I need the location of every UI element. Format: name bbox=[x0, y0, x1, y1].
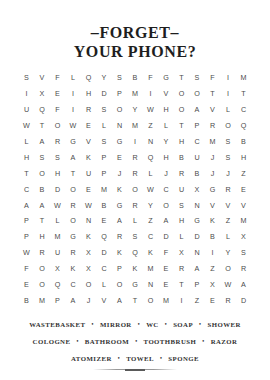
bullet-separator: • bbox=[118, 350, 120, 367]
grid-cell[interactable]: O bbox=[81, 277, 97, 293]
grid-cell[interactable]: F bbox=[143, 70, 159, 86]
bullet-separator: • bbox=[76, 333, 78, 350]
grid-cell[interactable]: T bbox=[236, 86, 252, 102]
grid-cell[interactable]: E bbox=[158, 261, 174, 277]
word-list-item: TOWEL bbox=[126, 350, 154, 367]
grid-cell[interactable]: C bbox=[158, 181, 174, 197]
grid-cell[interactable]: H bbox=[19, 149, 35, 165]
grid-cell[interactable]: M bbox=[127, 86, 143, 102]
grid-cell[interactable]: O bbox=[127, 181, 143, 197]
title-line-2: YOUR PHONE? bbox=[0, 42, 270, 61]
grid-cell[interactable]: X bbox=[174, 245, 190, 261]
grid-cell[interactable]: X bbox=[81, 261, 97, 277]
grid-cell[interactable]: S bbox=[96, 102, 112, 118]
grid-cell[interactable]: L bbox=[96, 277, 112, 293]
grid-cell[interactable]: O bbox=[34, 261, 50, 277]
grid-cell[interactable]: E bbox=[112, 149, 128, 165]
grid-cell[interactable]: D bbox=[236, 292, 252, 308]
grid-cell[interactable]: W bbox=[19, 245, 35, 261]
grid-cell[interactable]: I bbox=[19, 86, 35, 102]
grid-cell[interactable]: R bbox=[220, 292, 236, 308]
grid-cell[interactable]: D bbox=[96, 86, 112, 102]
grid-cell[interactable]: R bbox=[174, 261, 190, 277]
grid-cell[interactable]: A bbox=[19, 197, 35, 213]
grid-cell[interactable]: V bbox=[81, 134, 97, 150]
grid-cell[interactable]: C bbox=[236, 102, 252, 118]
grid-cell[interactable]: S bbox=[112, 70, 128, 86]
grid-cell[interactable]: O bbox=[34, 277, 50, 293]
word-list-item: WASTEBASKET bbox=[29, 316, 85, 333]
grid-cell[interactable]: T bbox=[34, 213, 50, 229]
grid-cell[interactable]: C bbox=[143, 229, 159, 245]
grid-cell[interactable]: K bbox=[205, 213, 221, 229]
grid-cell[interactable]: L bbox=[174, 229, 190, 245]
grid-cell[interactable]: R bbox=[50, 134, 66, 150]
grid-cell[interactable]: R bbox=[236, 261, 252, 277]
word-list-item: WC bbox=[146, 316, 159, 333]
grid-cell[interactable]: B bbox=[96, 197, 112, 213]
grid-cell[interactable]: P bbox=[50, 292, 66, 308]
grid-cell[interactable]: Y bbox=[127, 102, 143, 118]
grid-cell[interactable]: B bbox=[236, 134, 252, 150]
grid-cell[interactable]: B bbox=[19, 292, 35, 308]
grid-cell[interactable]: H bbox=[50, 165, 66, 181]
grid-cell[interactable]: J bbox=[158, 165, 174, 181]
letter-grid: SVFLQYSBFGTSFIMIXEIHDPMIVOOTITUQFIRSOYWH… bbox=[0, 70, 270, 308]
grid-cell[interactable]: W bbox=[220, 277, 236, 293]
grid-cell[interactable]: D bbox=[50, 181, 66, 197]
grid-cell[interactable]: A bbox=[158, 213, 174, 229]
word-list-item: ATOMIZER bbox=[71, 350, 112, 367]
grid-cell[interactable]: A bbox=[189, 261, 205, 277]
grid-cell[interactable]: L bbox=[220, 102, 236, 118]
grid-cell[interactable]: C bbox=[189, 134, 205, 150]
grid-cell[interactable]: U bbox=[50, 245, 66, 261]
grid-cell[interactable]: Q bbox=[236, 118, 252, 134]
grid-cell[interactable]: O bbox=[143, 292, 159, 308]
grid-cell[interactable]: H bbox=[158, 149, 174, 165]
grid-cell[interactable]: I bbox=[174, 292, 190, 308]
grid-cell[interactable]: E bbox=[81, 181, 97, 197]
grid-cell[interactable]: J bbox=[220, 165, 236, 181]
grid-cell[interactable]: U bbox=[189, 149, 205, 165]
grid-cell[interactable]: D bbox=[189, 229, 205, 245]
grid-cell[interactable]: O bbox=[220, 118, 236, 134]
grid-cell[interactable]: S bbox=[220, 134, 236, 150]
bullet-separator: • bbox=[165, 316, 167, 333]
grid-cell[interactable]: Q bbox=[50, 277, 66, 293]
grid-cell[interactable]: K bbox=[81, 229, 97, 245]
grid-cell[interactable]: R bbox=[127, 197, 143, 213]
grid-cell[interactable]: N bbox=[112, 118, 128, 134]
grid-cell[interactable]: I bbox=[205, 245, 221, 261]
grid-cell[interactable]: B bbox=[34, 181, 50, 197]
word-list-item: SHOWER bbox=[207, 316, 240, 333]
grid-cell[interactable]: R bbox=[127, 149, 143, 165]
grid-cell[interactable]: O bbox=[220, 261, 236, 277]
grid-cell[interactable]: H bbox=[174, 134, 190, 150]
grid-cell[interactable]: Y bbox=[158, 134, 174, 150]
grid-cell[interactable]: B bbox=[127, 70, 143, 86]
grid-cell[interactable]: V bbox=[205, 197, 221, 213]
grid-cell[interactable]: L bbox=[127, 213, 143, 229]
grid-cell[interactable]: H bbox=[81, 86, 97, 102]
grid-cell[interactable]: A bbox=[34, 134, 50, 150]
word-list-item: RAZOR bbox=[211, 333, 238, 350]
grid-cell[interactable]: M bbox=[50, 229, 66, 245]
grid-cell[interactable]: O bbox=[174, 86, 190, 102]
grid-cell[interactable]: T bbox=[19, 165, 35, 181]
grid-cell[interactable]: A bbox=[65, 149, 81, 165]
grid-cell[interactable]: Q bbox=[96, 229, 112, 245]
grid-cell[interactable]: R bbox=[65, 245, 81, 261]
grid-cell[interactable]: Z bbox=[143, 118, 159, 134]
grid-cell[interactable]: F bbox=[205, 70, 221, 86]
word-search-page: –FORGET– YOUR PHONE? SVFLQYSBFGTSFIMIXEI… bbox=[0, 0, 270, 380]
grid-cell[interactable]: S bbox=[220, 149, 236, 165]
grid-cell[interactable]: P bbox=[96, 165, 112, 181]
bullet-separator: • bbox=[199, 316, 201, 333]
grid-cell[interactable]: O bbox=[34, 165, 50, 181]
grid-cell[interactable]: O bbox=[65, 181, 81, 197]
grid-cell[interactable]: S bbox=[50, 149, 66, 165]
grid-cell[interactable]: N bbox=[143, 134, 159, 150]
grid-cell[interactable]: R bbox=[205, 118, 221, 134]
grid-cell[interactable]: K bbox=[112, 181, 128, 197]
grid-cell[interactable]: H bbox=[158, 102, 174, 118]
grid-cell[interactable]: F bbox=[158, 245, 174, 261]
word-list-item: TOOTHBRUSH bbox=[144, 333, 197, 350]
grid-cell[interactable]: V bbox=[236, 197, 252, 213]
grid-cell[interactable]: I bbox=[127, 134, 143, 150]
grid-cell[interactable]: N bbox=[189, 245, 205, 261]
grid-cell[interactable]: T bbox=[205, 86, 221, 102]
grid-cell[interactable]: P bbox=[112, 86, 128, 102]
grid-cell[interactable]: A bbox=[112, 292, 128, 308]
word-list-line-2: COLOGNE•BATHROOM•TOOTHBRUSH•RAZOR bbox=[0, 333, 270, 350]
grid-cell[interactable]: T bbox=[174, 70, 190, 86]
grid-cell[interactable]: H bbox=[34, 229, 50, 245]
grid-cell[interactable]: O bbox=[112, 277, 128, 293]
grid-cell[interactable]: S bbox=[127, 229, 143, 245]
puzzle-title: –FORGET– YOUR PHONE? bbox=[0, 0, 270, 61]
grid-cell[interactable]: V bbox=[96, 292, 112, 308]
grid-cell[interactable]: B bbox=[205, 229, 221, 245]
grid-cell[interactable]: H bbox=[236, 149, 252, 165]
grid-cell[interactable]: P bbox=[189, 277, 205, 293]
grid-cell[interactable]: Y bbox=[143, 197, 159, 213]
grid-cell[interactable]: D bbox=[96, 245, 112, 261]
grid-cell[interactable]: C bbox=[19, 181, 35, 197]
word-list-line-1: WASTEBASKET•MIRROR•WC•SOAP•SHOWER bbox=[0, 316, 270, 333]
word-list-item: MIRROR bbox=[100, 316, 132, 333]
grid-cell[interactable]: B bbox=[174, 149, 190, 165]
word-list-item: COLOGNE bbox=[33, 333, 71, 350]
grid-cell[interactable]: O bbox=[65, 213, 81, 229]
grid-cell[interactable]: L bbox=[19, 134, 35, 150]
grid-cell[interactable]: E bbox=[96, 213, 112, 229]
grid-cell[interactable]: J bbox=[205, 165, 221, 181]
grid-cell[interactable]: L bbox=[220, 229, 236, 245]
grid-cell[interactable]: O bbox=[50, 118, 66, 134]
grid-cell[interactable]: O bbox=[112, 102, 128, 118]
grid-cell[interactable]: T bbox=[174, 277, 190, 293]
grid-cell[interactable]: M bbox=[143, 261, 159, 277]
grid-cell[interactable]: E bbox=[205, 292, 221, 308]
grid-cell[interactable]: G bbox=[65, 229, 81, 245]
grid-cell[interactable]: G bbox=[158, 70, 174, 86]
grid-cell[interactable]: C bbox=[65, 277, 81, 293]
grid-cell[interactable]: U bbox=[174, 181, 190, 197]
grid-cell[interactable]: R bbox=[81, 102, 97, 118]
grid-cell[interactable]: E bbox=[236, 181, 252, 197]
grid-cell[interactable]: P bbox=[112, 261, 128, 277]
grid-cell[interactable]: W bbox=[65, 118, 81, 134]
grid-cell[interactable]: M bbox=[127, 118, 143, 134]
grid-cell[interactable]: L bbox=[50, 213, 66, 229]
grid-cell[interactable]: Z bbox=[205, 261, 221, 277]
grid-cell[interactable]: E bbox=[19, 277, 35, 293]
grid-cell[interactable]: R bbox=[34, 245, 50, 261]
grid-cell[interactable]: Y bbox=[96, 70, 112, 86]
grid-cell[interactable]: A bbox=[236, 277, 252, 293]
grid-cell[interactable]: P bbox=[19, 229, 35, 245]
grid-cell[interactable]: X bbox=[205, 277, 221, 293]
grid-cell[interactable]: N bbox=[81, 213, 97, 229]
grid-cell[interactable]: Q bbox=[81, 70, 97, 86]
grid-cell[interactable]: V bbox=[34, 70, 50, 86]
grid-cell[interactable]: S bbox=[189, 70, 205, 86]
grid-cell[interactable]: I bbox=[220, 70, 236, 86]
grid-cell[interactable]: T bbox=[174, 118, 190, 134]
grid-cell[interactable]: W bbox=[19, 118, 35, 134]
grid-cell[interactable]: M bbox=[158, 292, 174, 308]
grid-cell[interactable]: M bbox=[236, 70, 252, 86]
bullet-separator: • bbox=[160, 350, 162, 367]
decorative-divider bbox=[93, 369, 177, 370]
grid-cell[interactable]: U bbox=[19, 102, 35, 118]
grid-cell[interactable]: X bbox=[81, 245, 97, 261]
grid-cell[interactable]: X bbox=[34, 86, 50, 102]
grid-cell[interactable]: X bbox=[236, 229, 252, 245]
grid-cell[interactable]: A bbox=[65, 292, 81, 308]
bullet-separator: • bbox=[138, 316, 140, 333]
grid-cell[interactable]: P bbox=[189, 118, 205, 134]
grid-cell[interactable]: T bbox=[65, 165, 81, 181]
grid-cell[interactable]: S bbox=[174, 197, 190, 213]
grid-cell[interactable]: B bbox=[189, 165, 205, 181]
grid-cell[interactable]: N bbox=[189, 197, 205, 213]
grid-cell[interactable]: P bbox=[96, 149, 112, 165]
grid-cell[interactable]: N bbox=[143, 277, 159, 293]
title-line-1: –FORGET– bbox=[0, 23, 270, 42]
grid-cell[interactable]: K bbox=[127, 261, 143, 277]
grid-cell[interactable]: T bbox=[34, 118, 50, 134]
grid-cell[interactable]: L bbox=[143, 165, 159, 181]
grid-cell[interactable]: S bbox=[19, 70, 35, 86]
grid-cell[interactable]: W bbox=[50, 197, 66, 213]
grid-cell[interactable]: Q bbox=[34, 102, 50, 118]
grid-cell[interactable]: W bbox=[81, 197, 97, 213]
grid-cell[interactable]: O bbox=[189, 86, 205, 102]
grid-cell[interactable]: M bbox=[96, 181, 112, 197]
word-list-item: BATHROOM bbox=[85, 333, 129, 350]
grid-cell[interactable]: J bbox=[112, 165, 128, 181]
grid-cell[interactable]: V bbox=[220, 197, 236, 213]
grid-cell[interactable]: C bbox=[96, 261, 112, 277]
word-list-line-3: ATOMIZER•TOWEL•SPONGE bbox=[0, 350, 270, 367]
grid-cell[interactable]: L bbox=[96, 118, 112, 134]
bullet-separator: • bbox=[92, 316, 94, 333]
grid-cell[interactable]: D bbox=[158, 229, 174, 245]
grid-cell[interactable]: L bbox=[158, 118, 174, 134]
grid-cell[interactable]: K bbox=[81, 149, 97, 165]
grid-cell[interactable]: E bbox=[158, 277, 174, 293]
grid-cell[interactable]: W bbox=[143, 102, 159, 118]
grid-cell[interactable]: J bbox=[81, 292, 97, 308]
grid-cell[interactable]: G bbox=[112, 197, 128, 213]
grid-cell[interactable]: I bbox=[65, 86, 81, 102]
grid-cell[interactable]: G bbox=[189, 213, 205, 229]
word-list-item: SOAP bbox=[173, 316, 193, 333]
grid-cell[interactable]: Q bbox=[143, 149, 159, 165]
grid-cell[interactable]: W bbox=[143, 181, 159, 197]
grid-cell[interactable]: R bbox=[127, 165, 143, 181]
grid-cell[interactable]: H bbox=[174, 213, 190, 229]
grid-cell[interactable]: G bbox=[127, 277, 143, 293]
bullet-separator: • bbox=[135, 333, 137, 350]
grid-cell[interactable]: U bbox=[81, 165, 97, 181]
grid-cell[interactable]: R bbox=[174, 165, 190, 181]
grid-cell[interactable]: M bbox=[236, 213, 252, 229]
grid-cell[interactable]: G bbox=[205, 181, 221, 197]
grid-cell[interactable]: Z bbox=[220, 213, 236, 229]
grid-cell[interactable]: S bbox=[34, 149, 50, 165]
grid-cell[interactable]: J bbox=[205, 149, 221, 165]
grid-cell[interactable]: T bbox=[127, 292, 143, 308]
grid-cell[interactable]: F bbox=[50, 102, 66, 118]
grid-cell[interactable]: V bbox=[205, 102, 221, 118]
grid-cell[interactable]: Z bbox=[236, 165, 252, 181]
grid-cell[interactable]: I bbox=[143, 86, 159, 102]
grid-cell[interactable]: P bbox=[19, 213, 35, 229]
grid-cell[interactable]: F bbox=[19, 261, 35, 277]
grid-cell[interactable]: L bbox=[65, 70, 81, 86]
grid-cell[interactable]: A bbox=[34, 197, 50, 213]
grid-cell[interactable]: X bbox=[50, 261, 66, 277]
grid-cell[interactable]: R bbox=[112, 229, 128, 245]
word-list: WASTEBASKET•MIRROR•WC•SOAP•SHOWER COLOGN… bbox=[0, 316, 270, 367]
grid-cell[interactable]: X bbox=[189, 181, 205, 197]
grid-cell[interactable]: R bbox=[65, 197, 81, 213]
word-list-item: SPONGE bbox=[168, 350, 199, 367]
grid-cell[interactable]: I bbox=[220, 86, 236, 102]
grid-cell[interactable]: M bbox=[205, 134, 221, 150]
grid-cell[interactable]: Z bbox=[143, 213, 159, 229]
grid-cell[interactable]: S bbox=[96, 134, 112, 150]
grid-cell[interactable]: Y bbox=[220, 245, 236, 261]
grid-cell[interactable]: E bbox=[50, 86, 66, 102]
grid-cell[interactable]: K bbox=[143, 245, 159, 261]
grid-cell[interactable]: S bbox=[236, 245, 252, 261]
grid-cell[interactable]: O bbox=[174, 102, 190, 118]
grid-cell[interactable]: A bbox=[112, 213, 128, 229]
grid-cell[interactable]: G bbox=[65, 134, 81, 150]
grid-cell[interactable]: E bbox=[81, 118, 97, 134]
grid-cell[interactable]: O bbox=[158, 197, 174, 213]
grid-cell[interactable]: Q bbox=[127, 245, 143, 261]
grid-cell[interactable]: V bbox=[158, 86, 174, 102]
grid-cell[interactable]: Z bbox=[189, 292, 205, 308]
grid-cell[interactable]: F bbox=[50, 70, 66, 86]
grid-cell[interactable]: G bbox=[112, 134, 128, 150]
grid-cell[interactable]: K bbox=[65, 261, 81, 277]
bullet-separator: • bbox=[202, 333, 204, 350]
grid-cell[interactable]: I bbox=[65, 102, 81, 118]
grid-cell[interactable]: R bbox=[220, 181, 236, 197]
grid-cell[interactable]: K bbox=[112, 245, 128, 261]
grid-cell[interactable]: A bbox=[189, 102, 205, 118]
grid-cell[interactable]: M bbox=[34, 292, 50, 308]
